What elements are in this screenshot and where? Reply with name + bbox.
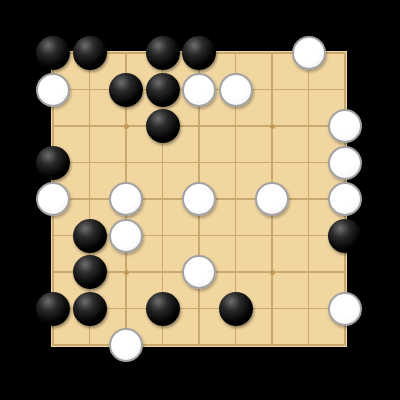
white-stone[interactable]	[328, 109, 362, 143]
white-stone[interactable]	[328, 182, 362, 216]
black-stone[interactable]	[36, 146, 70, 180]
white-stone[interactable]	[328, 146, 362, 180]
white-stone[interactable]	[182, 73, 216, 107]
star-point	[124, 270, 129, 275]
black-stone[interactable]	[73, 219, 107, 253]
black-stone[interactable]	[146, 73, 180, 107]
black-stone[interactable]	[146, 36, 180, 70]
white-stone[interactable]	[182, 255, 216, 289]
go-diagram-screen	[0, 0, 400, 400]
white-stone[interactable]	[109, 182, 143, 216]
black-stone[interactable]	[73, 292, 107, 326]
black-stone[interactable]	[182, 36, 216, 70]
star-point	[124, 124, 129, 129]
grid-line-horizontal	[52, 344, 346, 346]
black-stone[interactable]	[73, 36, 107, 70]
black-stone[interactable]	[36, 292, 70, 326]
black-stone[interactable]	[109, 73, 143, 107]
white-stone[interactable]	[109, 328, 143, 362]
white-stone[interactable]	[219, 73, 253, 107]
white-stone[interactable]	[328, 292, 362, 326]
black-stone[interactable]	[328, 219, 362, 253]
white-stone[interactable]	[109, 219, 143, 253]
star-point	[270, 270, 275, 275]
white-stone[interactable]	[182, 182, 216, 216]
grid-line-vertical	[308, 52, 310, 346]
star-point	[270, 124, 275, 129]
black-stone[interactable]	[36, 36, 70, 70]
go-board[interactable]	[51, 51, 347, 347]
white-stone[interactable]	[255, 182, 289, 216]
black-stone[interactable]	[219, 292, 253, 326]
black-stone[interactable]	[146, 109, 180, 143]
black-stone[interactable]	[146, 292, 180, 326]
white-stone[interactable]	[292, 36, 326, 70]
black-stone[interactable]	[73, 255, 107, 289]
white-stone[interactable]	[36, 182, 70, 216]
white-stone[interactable]	[36, 73, 70, 107]
